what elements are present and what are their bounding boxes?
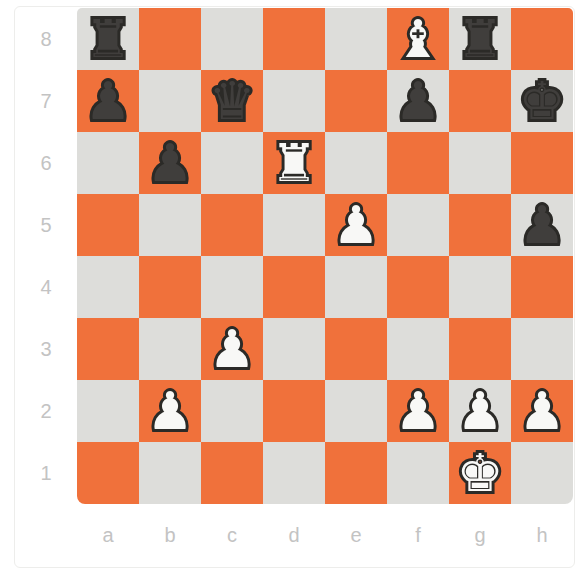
square-c7[interactable]: ♛♛: [201, 70, 263, 132]
piece-glyph-body: ♟: [139, 132, 201, 194]
rank-label-4: 4: [15, 256, 77, 318]
piece-glyph-body: ♟: [77, 70, 139, 132]
square-c5[interactable]: [201, 194, 263, 256]
square-h7[interactable]: ♚♚: [511, 70, 573, 132]
piece-glyph-body: ♟: [511, 380, 573, 442]
square-g3[interactable]: [449, 318, 511, 380]
square-b5[interactable]: [139, 194, 201, 256]
piece-glyph-body: ♟: [387, 380, 449, 442]
file-label-h: h: [511, 504, 573, 566]
square-f4[interactable]: [387, 256, 449, 318]
square-d8[interactable]: [263, 8, 325, 70]
piece-white-bishop[interactable]: ♝♝: [387, 8, 449, 70]
rank-labels-column: 87654321: [15, 8, 77, 504]
piece-glyph-body: ♜: [77, 8, 139, 70]
square-d1[interactable]: [263, 442, 325, 504]
square-a1[interactable]: [77, 442, 139, 504]
piece-glyph-body: ♜: [449, 8, 511, 70]
square-a2[interactable]: [77, 380, 139, 442]
file-label-e: e: [325, 504, 387, 566]
square-f8[interactable]: ♝♝: [387, 8, 449, 70]
square-f6[interactable]: [387, 132, 449, 194]
square-h3[interactable]: [511, 318, 573, 380]
square-h1[interactable]: [511, 442, 573, 504]
square-b2[interactable]: ♟♟: [139, 380, 201, 442]
piece-glyph-body: ♟: [511, 194, 573, 256]
piece-black-rook[interactable]: ♜♜: [77, 8, 139, 70]
square-c4[interactable]: [201, 256, 263, 318]
piece-glyph-body: ♟: [387, 70, 449, 132]
square-b1[interactable]: [139, 442, 201, 504]
rank-label-3: 3: [15, 318, 77, 380]
file-label-d: d: [263, 504, 325, 566]
piece-white-king[interactable]: ♚♚: [449, 442, 511, 504]
piece-black-rook[interactable]: ♜♜: [449, 8, 511, 70]
square-g8[interactable]: ♜♜: [449, 8, 511, 70]
square-g7[interactable]: [449, 70, 511, 132]
file-label-g: g: [449, 504, 511, 566]
square-a3[interactable]: [77, 318, 139, 380]
piece-black-king[interactable]: ♚♚: [511, 70, 573, 132]
square-g5[interactable]: [449, 194, 511, 256]
piece-white-pawn[interactable]: ♟♟: [325, 194, 387, 256]
square-a8[interactable]: ♜♜: [77, 8, 139, 70]
square-b4[interactable]: [139, 256, 201, 318]
file-label-f: f: [387, 504, 449, 566]
square-h8[interactable]: [511, 8, 573, 70]
square-d7[interactable]: [263, 70, 325, 132]
piece-glyph-body: ♟: [449, 380, 511, 442]
rank-label-1: 1: [15, 442, 77, 504]
square-e8[interactable]: [325, 8, 387, 70]
square-g2[interactable]: ♟♟: [449, 380, 511, 442]
square-a6[interactable]: [77, 132, 139, 194]
square-e6[interactable]: [325, 132, 387, 194]
square-a7[interactable]: ♟♟: [77, 70, 139, 132]
piece-black-pawn[interactable]: ♟♟: [77, 70, 139, 132]
chess-board-panel: 87654321 ♜♜♝♝♜♜♟♟♛♛♟♟♚♚♟♟♜♜♟♟♟♟♟♟♟♟♟♟♟♟♟…: [14, 6, 575, 568]
piece-glyph-body: ♟: [201, 318, 263, 380]
square-h5[interactable]: ♟♟: [511, 194, 573, 256]
square-c6[interactable]: [201, 132, 263, 194]
square-e1[interactable]: [325, 442, 387, 504]
file-label-b: b: [139, 504, 201, 566]
piece-black-queen[interactable]: ♛♛: [201, 70, 263, 132]
piece-white-pawn[interactable]: ♟♟: [387, 380, 449, 442]
square-e3[interactable]: [325, 318, 387, 380]
square-h6[interactable]: [511, 132, 573, 194]
square-d4[interactable]: [263, 256, 325, 318]
square-f7[interactable]: ♟♟: [387, 70, 449, 132]
square-e4[interactable]: [325, 256, 387, 318]
rank-label-5: 5: [15, 194, 77, 256]
square-c2[interactable]: [201, 380, 263, 442]
piece-black-pawn[interactable]: ♟♟: [511, 194, 573, 256]
square-e7[interactable]: [325, 70, 387, 132]
piece-white-pawn[interactable]: ♟♟: [449, 380, 511, 442]
piece-white-pawn[interactable]: ♟♟: [201, 318, 263, 380]
square-b6[interactable]: ♟♟: [139, 132, 201, 194]
piece-black-pawn[interactable]: ♟♟: [387, 70, 449, 132]
square-f2[interactable]: ♟♟: [387, 380, 449, 442]
rank-label-2: 2: [15, 380, 77, 442]
piece-glyph-body: ♜: [263, 132, 325, 194]
square-a5[interactable]: [77, 194, 139, 256]
square-h2[interactable]: ♟♟: [511, 380, 573, 442]
piece-glyph-body: ♚: [449, 442, 511, 504]
piece-glyph-body: ♚: [511, 70, 573, 132]
piece-black-pawn[interactable]: ♟♟: [139, 132, 201, 194]
file-label-a: a: [77, 504, 139, 566]
square-g6[interactable]: [449, 132, 511, 194]
square-d6[interactable]: ♜♜: [263, 132, 325, 194]
square-g1[interactable]: ♚♚: [449, 442, 511, 504]
square-b8[interactable]: [139, 8, 201, 70]
piece-glyph-body: ♟: [325, 194, 387, 256]
rank-label-8: 8: [15, 8, 77, 70]
square-c8[interactable]: [201, 8, 263, 70]
square-e5[interactable]: ♟♟: [325, 194, 387, 256]
square-h4[interactable]: [511, 256, 573, 318]
square-f3[interactable]: [387, 318, 449, 380]
square-b3[interactable]: [139, 318, 201, 380]
piece-white-rook[interactable]: ♜♜: [263, 132, 325, 194]
piece-glyph-body: ♟: [139, 380, 201, 442]
square-c3[interactable]: ♟♟: [201, 318, 263, 380]
square-f5[interactable]: [387, 194, 449, 256]
square-g4[interactable]: [449, 256, 511, 318]
square-d5[interactable]: [263, 194, 325, 256]
piece-glyph-body: ♝: [387, 8, 449, 70]
chess-board: ♜♜♝♝♜♜♟♟♛♛♟♟♚♚♟♟♜♜♟♟♟♟♟♟♟♟♟♟♟♟♟♟♚♚: [77, 8, 573, 504]
square-c1[interactable]: [201, 442, 263, 504]
square-d2[interactable]: [263, 380, 325, 442]
piece-glyph-body: ♛: [201, 70, 263, 132]
rank-label-6: 6: [15, 132, 77, 194]
square-a4[interactable]: [77, 256, 139, 318]
square-d3[interactable]: [263, 318, 325, 380]
file-labels-row: abcdefgh: [77, 504, 573, 566]
rank-label-7: 7: [15, 70, 77, 132]
square-b7[interactable]: [139, 70, 201, 132]
piece-white-pawn[interactable]: ♟♟: [511, 380, 573, 442]
square-e2[interactable]: [325, 380, 387, 442]
file-label-c: c: [201, 504, 263, 566]
square-f1[interactable]: [387, 442, 449, 504]
piece-white-pawn[interactable]: ♟♟: [139, 380, 201, 442]
